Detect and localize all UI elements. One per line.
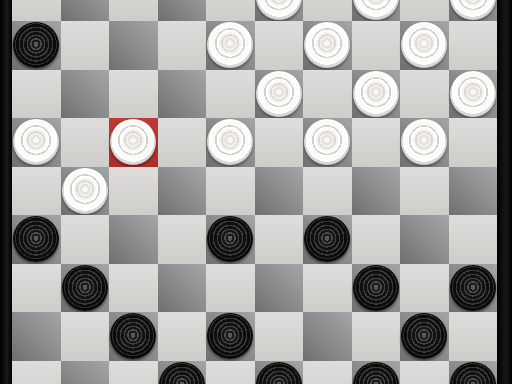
- square[interactable]: [255, 0, 304, 21]
- square[interactable]: [449, 361, 498, 384]
- square[interactable]: [206, 215, 255, 264]
- square[interactable]: [255, 264, 304, 313]
- square[interactable]: [255, 215, 304, 264]
- board-frame-right: [497, 0, 512, 384]
- square[interactable]: [449, 118, 498, 167]
- square[interactable]: [303, 0, 352, 21]
- square[interactable]: [61, 118, 110, 167]
- square[interactable]: [303, 264, 352, 313]
- square[interactable]: [303, 361, 352, 384]
- square[interactable]: [352, 0, 401, 21]
- square[interactable]: [109, 167, 158, 216]
- square[interactable]: [158, 215, 207, 264]
- square[interactable]: [158, 118, 207, 167]
- black-piece[interactable]: [207, 313, 253, 359]
- square[interactable]: [206, 118, 255, 167]
- square[interactable]: [303, 21, 352, 70]
- square[interactable]: [109, 312, 158, 361]
- black-piece[interactable]: [353, 265, 399, 311]
- black-piece[interactable]: [450, 362, 496, 384]
- square[interactable]: [12, 118, 61, 167]
- square[interactable]: [61, 215, 110, 264]
- white-piece[interactable]: [110, 119, 156, 165]
- square[interactable]: [449, 264, 498, 313]
- square[interactable]: [61, 21, 110, 70]
- square[interactable]: [158, 361, 207, 384]
- board-frame-left: [0, 0, 12, 384]
- selected-square[interactable]: [109, 118, 158, 167]
- square[interactable]: [303, 70, 352, 119]
- square[interactable]: [206, 0, 255, 21]
- white-piece[interactable]: [353, 71, 399, 117]
- white-piece[interactable]: [13, 119, 59, 165]
- square[interactable]: [400, 21, 449, 70]
- square[interactable]: [158, 70, 207, 119]
- black-piece[interactable]: [62, 265, 108, 311]
- square[interactable]: [206, 167, 255, 216]
- black-piece[interactable]: [159, 362, 205, 384]
- white-piece[interactable]: [304, 22, 350, 68]
- square[interactable]: [352, 21, 401, 70]
- square[interactable]: [61, 264, 110, 313]
- square[interactable]: [61, 167, 110, 216]
- square[interactable]: [12, 361, 61, 384]
- square[interactable]: [109, 264, 158, 313]
- square[interactable]: [255, 167, 304, 216]
- square[interactable]: [12, 264, 61, 313]
- square[interactable]: [158, 0, 207, 21]
- black-piece[interactable]: [401, 313, 447, 359]
- square[interactable]: [158, 167, 207, 216]
- square[interactable]: [400, 70, 449, 119]
- checkers-game-screen: [0, 0, 512, 384]
- square[interactable]: [449, 215, 498, 264]
- square[interactable]: [61, 361, 110, 384]
- square[interactable]: [12, 0, 61, 21]
- square[interactable]: [158, 21, 207, 70]
- square[interactable]: [449, 167, 498, 216]
- square[interactable]: [255, 70, 304, 119]
- square[interactable]: [400, 167, 449, 216]
- square[interactable]: [158, 312, 207, 361]
- square[interactable]: [255, 312, 304, 361]
- white-piece[interactable]: [401, 119, 447, 165]
- square[interactable]: [109, 361, 158, 384]
- square[interactable]: [206, 21, 255, 70]
- white-piece[interactable]: [450, 71, 496, 117]
- square[interactable]: [400, 264, 449, 313]
- square[interactable]: [255, 361, 304, 384]
- square[interactable]: [206, 70, 255, 119]
- square[interactable]: [206, 264, 255, 313]
- square[interactable]: [255, 118, 304, 167]
- square[interactable]: [400, 0, 449, 21]
- square[interactable]: [303, 215, 352, 264]
- square[interactable]: [109, 215, 158, 264]
- square[interactable]: [12, 21, 61, 70]
- square[interactable]: [352, 264, 401, 313]
- square[interactable]: [61, 0, 110, 21]
- square[interactable]: [109, 21, 158, 70]
- black-piece[interactable]: [207, 216, 253, 262]
- white-piece[interactable]: [62, 168, 108, 214]
- white-piece[interactable]: [256, 71, 302, 117]
- white-piece[interactable]: [256, 0, 302, 20]
- square[interactable]: [352, 312, 401, 361]
- black-piece[interactable]: [353, 362, 399, 384]
- square[interactable]: [109, 70, 158, 119]
- square[interactable]: [400, 312, 449, 361]
- black-piece[interactable]: [304, 216, 350, 262]
- square[interactable]: [12, 312, 61, 361]
- square[interactable]: [158, 264, 207, 313]
- square[interactable]: [352, 70, 401, 119]
- square[interactable]: [303, 118, 352, 167]
- white-piece[interactable]: [353, 0, 399, 20]
- square[interactable]: [303, 312, 352, 361]
- square[interactable]: [352, 167, 401, 216]
- square[interactable]: [400, 361, 449, 384]
- white-piece[interactable]: [450, 0, 496, 20]
- square[interactable]: [303, 167, 352, 216]
- square[interactable]: [449, 0, 498, 21]
- square[interactable]: [255, 21, 304, 70]
- square[interactable]: [61, 312, 110, 361]
- white-piece[interactable]: [207, 22, 253, 68]
- black-piece[interactable]: [450, 265, 496, 311]
- square[interactable]: [400, 118, 449, 167]
- black-piece[interactable]: [13, 216, 59, 262]
- square[interactable]: [449, 312, 498, 361]
- square[interactable]: [449, 21, 498, 70]
- square[interactable]: [12, 215, 61, 264]
- square[interactable]: [352, 361, 401, 384]
- checkers-board: [12, 0, 497, 384]
- square[interactable]: [400, 215, 449, 264]
- square[interactable]: [352, 215, 401, 264]
- black-piece[interactable]: [13, 22, 59, 68]
- white-piece[interactable]: [207, 119, 253, 165]
- square[interactable]: [449, 70, 498, 119]
- square[interactable]: [206, 361, 255, 384]
- square[interactable]: [109, 0, 158, 21]
- square[interactable]: [12, 167, 61, 216]
- black-piece[interactable]: [110, 313, 156, 359]
- square[interactable]: [352, 118, 401, 167]
- square[interactable]: [12, 70, 61, 119]
- white-piece[interactable]: [304, 119, 350, 165]
- square[interactable]: [61, 70, 110, 119]
- black-piece[interactable]: [256, 362, 302, 384]
- white-piece[interactable]: [401, 22, 447, 68]
- square[interactable]: [206, 312, 255, 361]
